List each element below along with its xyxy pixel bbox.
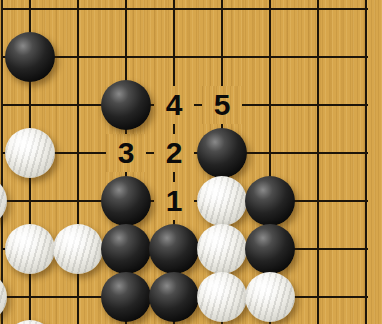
move-label-4: 4 — [154, 86, 194, 124]
black-stone[interactable] — [101, 80, 151, 130]
white-stone[interactable] — [53, 224, 103, 274]
black-stone[interactable] — [101, 176, 151, 226]
black-stone[interactable] — [149, 272, 199, 322]
black-stone[interactable] — [5, 32, 55, 82]
white-stone[interactable] — [5, 128, 55, 178]
grid-line-vertical — [317, 0, 319, 324]
grid-line-vertical — [77, 0, 79, 324]
grid-line-horizontal — [2, 8, 368, 10]
white-stone[interactable] — [5, 320, 55, 324]
white-stone[interactable] — [197, 176, 247, 226]
white-stone[interactable] — [245, 272, 295, 322]
move-label-1: 1 — [154, 182, 194, 220]
black-stone[interactable] — [197, 128, 247, 178]
black-stone[interactable] — [245, 224, 295, 274]
move-label-2: 2 — [154, 134, 194, 172]
white-stone[interactable] — [197, 272, 247, 322]
white-stone[interactable] — [197, 224, 247, 274]
black-stone[interactable] — [149, 224, 199, 274]
white-stone[interactable] — [5, 224, 55, 274]
black-stone[interactable] — [101, 272, 151, 322]
board-right-edge-line — [365, 0, 367, 324]
grid-line-horizontal — [2, 56, 368, 58]
move-label-5: 5 — [202, 86, 242, 124]
move-label-3: 3 — [106, 134, 146, 172]
black-stone[interactable] — [101, 224, 151, 274]
board-left-frame-line — [1, 0, 3, 324]
black-stone[interactable] — [245, 176, 295, 226]
go-board[interactable]: 12345 — [0, 0, 382, 324]
